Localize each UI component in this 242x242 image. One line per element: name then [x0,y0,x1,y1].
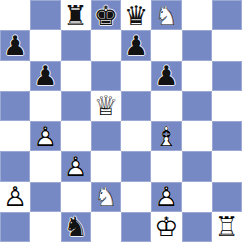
square-h5[interactable] [212,91,242,121]
square-g6[interactable] [182,61,212,91]
square-c3[interactable]: ♟♙ [61,151,91,181]
square-b7[interactable] [30,30,60,60]
square-g3[interactable] [182,151,212,181]
square-e6[interactable] [121,61,151,91]
piece-glyph-outline: ♙ [30,121,60,151]
piece-black-pawn-f6[interactable]: ♟ [151,61,181,91]
square-e1[interactable] [121,212,151,242]
square-e4[interactable] [121,121,151,151]
square-g4[interactable] [182,121,212,151]
square-a5[interactable] [0,91,30,121]
square-h8[interactable] [212,0,242,30]
square-b8[interactable] [30,0,60,30]
square-c1[interactable]: ♞ [61,212,91,242]
piece-glyph: ♜ [61,0,91,30]
square-b6[interactable]: ♟ [30,61,60,91]
square-b3[interactable] [30,151,60,181]
piece-white-bishop-f4[interactable]: ♝♗ [151,121,181,151]
square-h6[interactable] [212,61,242,91]
piece-black-pawn-b6[interactable]: ♟ [30,61,60,91]
square-a8[interactable] [0,0,30,30]
piece-glyph-outline: ♔ [151,212,181,242]
piece-black-queen-e8[interactable]: ♛ [121,0,151,30]
square-b1[interactable] [30,212,60,242]
square-a4[interactable] [0,121,30,151]
square-e5[interactable] [121,91,151,121]
piece-glyph-outline: ♙ [61,151,91,181]
square-d3[interactable] [91,151,121,181]
square-a7[interactable]: ♟ [0,30,30,60]
square-f4[interactable]: ♝♗ [151,121,181,151]
square-b2[interactable] [30,182,60,212]
piece-glyph-outline: ♙ [151,182,181,212]
piece-glyph-outline: ♙ [0,182,30,212]
square-e7[interactable]: ♟ [121,30,151,60]
piece-white-pawn-b4[interactable]: ♟♙ [30,121,60,151]
square-e3[interactable] [121,151,151,181]
square-d6[interactable] [91,61,121,91]
piece-black-knight-c1[interactable]: ♞ [61,212,91,242]
square-f5[interactable] [151,91,181,121]
square-b5[interactable] [30,91,60,121]
square-g7[interactable] [182,30,212,60]
square-e8[interactable]: ♛ [121,0,151,30]
square-b4[interactable]: ♟♙ [30,121,60,151]
square-a6[interactable] [0,61,30,91]
square-c4[interactable] [61,121,91,151]
square-g5[interactable] [182,91,212,121]
piece-glyph: ♟ [151,61,181,91]
piece-white-pawn-a2[interactable]: ♟♙ [0,182,30,212]
square-f8[interactable]: ♞♘ [151,0,181,30]
piece-glyph: ♚ [91,0,121,30]
square-h7[interactable] [212,30,242,60]
square-f3[interactable] [151,151,181,181]
piece-black-pawn-a7[interactable]: ♟ [0,30,30,60]
piece-white-king-f1[interactable]: ♚♔ [151,212,181,242]
piece-white-knight-f8[interactable]: ♞♘ [151,0,181,30]
piece-glyph-outline: ♗ [151,121,181,151]
piece-white-pawn-c3[interactable]: ♟♙ [61,151,91,181]
square-a2[interactable]: ♟♙ [0,182,30,212]
piece-white-knight-d2[interactable]: ♞♘ [91,182,121,212]
square-d2[interactable]: ♞♘ [91,182,121,212]
piece-glyph: ♞ [61,212,91,242]
square-c2[interactable] [61,182,91,212]
square-d1[interactable] [91,212,121,242]
square-h3[interactable] [212,151,242,181]
piece-glyph: ♛ [121,0,151,30]
piece-black-rook-c8[interactable]: ♜ [61,0,91,30]
square-c8[interactable]: ♜ [61,0,91,30]
square-f7[interactable] [151,30,181,60]
square-f6[interactable]: ♟ [151,61,181,91]
square-d7[interactable] [91,30,121,60]
square-h4[interactable] [212,121,242,151]
square-a3[interactable] [0,151,30,181]
piece-glyph: ♟ [30,61,60,91]
square-c5[interactable] [61,91,91,121]
square-f1[interactable]: ♚♔ [151,212,181,242]
chessboard: ♜♚♛♞♘♟♟♟♟♛♕♟♙♝♗♟♙♟♙♞♘♟♙♞♚♔♜♖ [0,0,242,242]
piece-glyph-outline: ♕ [91,91,121,121]
piece-black-king-d8[interactable]: ♚ [91,0,121,30]
piece-glyph-outline: ♖ [212,212,242,242]
square-c7[interactable] [61,30,91,60]
piece-white-rook-h1[interactable]: ♜♖ [212,212,242,242]
piece-white-queen-d5[interactable]: ♛♕ [91,91,121,121]
square-g2[interactable] [182,182,212,212]
square-h2[interactable] [212,182,242,212]
piece-glyph-outline: ♘ [91,182,121,212]
piece-glyph: ♟ [121,30,151,60]
square-a1[interactable] [0,212,30,242]
square-d4[interactable] [91,121,121,151]
piece-glyph: ♟ [0,30,30,60]
piece-black-pawn-e7[interactable]: ♟ [121,30,151,60]
square-d5[interactable]: ♛♕ [91,91,121,121]
square-c6[interactable] [61,61,91,91]
square-f2[interactable]: ♟♙ [151,182,181,212]
square-h1[interactable]: ♜♖ [212,212,242,242]
piece-white-pawn-f2[interactable]: ♟♙ [151,182,181,212]
square-d8[interactable]: ♚ [91,0,121,30]
square-g1[interactable] [182,212,212,242]
piece-glyph-outline: ♘ [151,0,181,30]
square-g8[interactable] [182,0,212,30]
square-e2[interactable] [121,182,151,212]
